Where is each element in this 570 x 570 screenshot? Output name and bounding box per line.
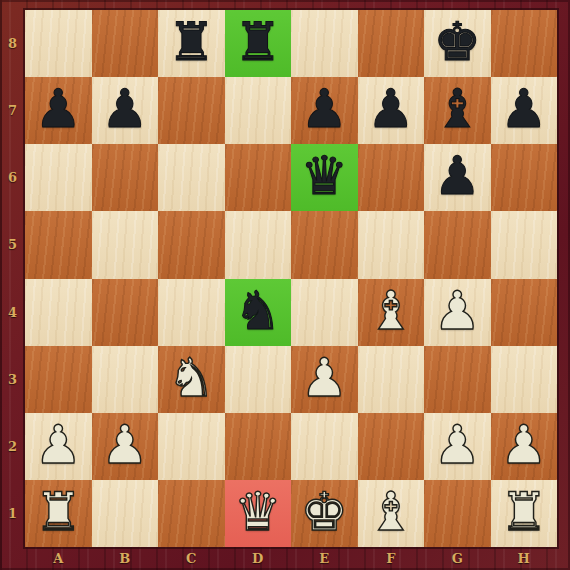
- file-label-c: C: [158, 547, 225, 570]
- black-pawn-b7: ♟: [101, 82, 149, 135]
- white-pawn-b2: ♟: [101, 418, 149, 471]
- square-c7[interactable]: [158, 77, 225, 144]
- white-pawn-h2: ♟: [500, 418, 548, 471]
- square-e7[interactable]: ♟: [291, 77, 358, 144]
- square-g8[interactable]: ♚: [424, 10, 491, 77]
- square-d6[interactable]: [225, 144, 292, 211]
- white-bishop-f4: ♝: [367, 284, 415, 337]
- black-bishop-g7: ♝: [433, 82, 481, 135]
- square-a4[interactable]: [25, 279, 92, 346]
- white-pawn-g4: ♟: [433, 284, 481, 337]
- square-b3[interactable]: [92, 346, 159, 413]
- white-king-e1: ♚: [300, 485, 348, 538]
- square-h1[interactable]: ♜: [491, 480, 558, 547]
- rank-label-3: 3: [0, 346, 25, 413]
- white-knight-c3: ♞: [167, 351, 215, 404]
- square-h3[interactable]: [491, 346, 558, 413]
- square-e5[interactable]: [291, 211, 358, 278]
- square-h8[interactable]: [491, 10, 558, 77]
- square-f7[interactable]: ♟: [358, 77, 425, 144]
- white-rook-h1: ♜: [500, 485, 548, 538]
- file-label-e: E: [291, 547, 358, 570]
- square-d4[interactable]: ♞: [225, 279, 292, 346]
- square-c1[interactable]: [158, 480, 225, 547]
- square-g3[interactable]: [424, 346, 491, 413]
- square-a7[interactable]: ♟: [25, 77, 92, 144]
- square-e3[interactable]: ♟: [291, 346, 358, 413]
- rank-label-5: 5: [0, 211, 25, 278]
- black-knight-d4: ♞: [234, 284, 282, 337]
- square-d1[interactable]: ♛: [225, 480, 292, 547]
- file-label-d: D: [225, 547, 292, 570]
- white-rook-a1: ♜: [34, 485, 82, 538]
- white-queen-d1: ♛: [234, 485, 282, 538]
- square-a5[interactable]: [25, 211, 92, 278]
- square-f1[interactable]: ♝: [358, 480, 425, 547]
- file-labels: ABCDEFGH: [25, 547, 557, 570]
- square-g5[interactable]: [424, 211, 491, 278]
- black-rook-d8: ♜: [234, 15, 282, 68]
- black-pawn-f7: ♟: [367, 82, 415, 135]
- rank-label-8: 8: [0, 10, 25, 77]
- file-label-g: G: [424, 547, 491, 570]
- rank-label-4: 4: [0, 279, 25, 346]
- square-e6[interactable]: ♛: [291, 144, 358, 211]
- square-h6[interactable]: [491, 144, 558, 211]
- square-c6[interactable]: [158, 144, 225, 211]
- square-b4[interactable]: [92, 279, 159, 346]
- square-c3[interactable]: ♞: [158, 346, 225, 413]
- square-d2[interactable]: [225, 413, 292, 480]
- black-pawn-e7: ♟: [300, 82, 348, 135]
- square-f2[interactable]: [358, 413, 425, 480]
- square-h5[interactable]: [491, 211, 558, 278]
- black-pawn-g6: ♟: [433, 149, 481, 202]
- square-a6[interactable]: [25, 144, 92, 211]
- square-e4[interactable]: [291, 279, 358, 346]
- file-label-h: H: [491, 547, 558, 570]
- black-pawn-a7: ♟: [34, 82, 82, 135]
- square-b2[interactable]: ♟: [92, 413, 159, 480]
- square-e1[interactable]: ♚: [291, 480, 358, 547]
- square-h2[interactable]: ♟: [491, 413, 558, 480]
- white-pawn-e3: ♟: [300, 351, 348, 404]
- square-g1[interactable]: [424, 480, 491, 547]
- square-a8[interactable]: [25, 10, 92, 77]
- file-label-f: F: [358, 547, 425, 570]
- square-g6[interactable]: ♟: [424, 144, 491, 211]
- square-a2[interactable]: ♟: [25, 413, 92, 480]
- black-king-g8: ♚: [433, 15, 481, 68]
- square-h4[interactable]: [491, 279, 558, 346]
- square-d3[interactable]: [225, 346, 292, 413]
- square-e8[interactable]: [291, 10, 358, 77]
- black-queen-e6: ♛: [300, 149, 348, 202]
- file-label-a: A: [25, 547, 92, 570]
- square-d5[interactable]: [225, 211, 292, 278]
- square-f8[interactable]: [358, 10, 425, 77]
- square-g7[interactable]: ♝: [424, 77, 491, 144]
- white-bishop-f1: ♝: [367, 485, 415, 538]
- rank-label-7: 7: [0, 77, 25, 144]
- square-f5[interactable]: [358, 211, 425, 278]
- square-d8[interactable]: ♜: [225, 10, 292, 77]
- square-g2[interactable]: ♟: [424, 413, 491, 480]
- square-b6[interactable]: [92, 144, 159, 211]
- rank-labels: 87654321: [0, 10, 25, 547]
- square-c2[interactable]: [158, 413, 225, 480]
- white-pawn-g2: ♟: [433, 418, 481, 471]
- black-rook-c8: ♜: [167, 15, 215, 68]
- square-b1[interactable]: [92, 480, 159, 547]
- square-b7[interactable]: ♟: [92, 77, 159, 144]
- rank-label-6: 6: [0, 144, 25, 211]
- chess-board-frame: 87654321 ABCDEFGH ♜♜♚♟♟♟♟♝♟♛♟♞♝♟♞♟♟♟♟♟♜♛…: [0, 0, 570, 570]
- square-b8[interactable]: [92, 10, 159, 77]
- square-c8[interactable]: ♜: [158, 10, 225, 77]
- square-d7[interactable]: [225, 77, 292, 144]
- white-pawn-a2: ♟: [34, 418, 82, 471]
- square-h7[interactable]: ♟: [491, 77, 558, 144]
- square-a3[interactable]: [25, 346, 92, 413]
- square-f6[interactable]: [358, 144, 425, 211]
- black-pawn-h7: ♟: [500, 82, 548, 135]
- rank-label-1: 1: [0, 480, 25, 547]
- square-f3[interactable]: [358, 346, 425, 413]
- square-g4[interactable]: ♟: [424, 279, 491, 346]
- square-f4[interactable]: ♝: [358, 279, 425, 346]
- square-e2[interactable]: [291, 413, 358, 480]
- square-b5[interactable]: [92, 211, 159, 278]
- rank-label-2: 2: [0, 413, 25, 480]
- square-c4[interactable]: [158, 279, 225, 346]
- chess-board: ♜♜♚♟♟♟♟♝♟♛♟♞♝♟♞♟♟♟♟♟♜♛♚♝♜: [25, 10, 557, 547]
- file-label-b: B: [92, 547, 159, 570]
- square-a1[interactable]: ♜: [25, 480, 92, 547]
- square-c5[interactable]: [158, 211, 225, 278]
